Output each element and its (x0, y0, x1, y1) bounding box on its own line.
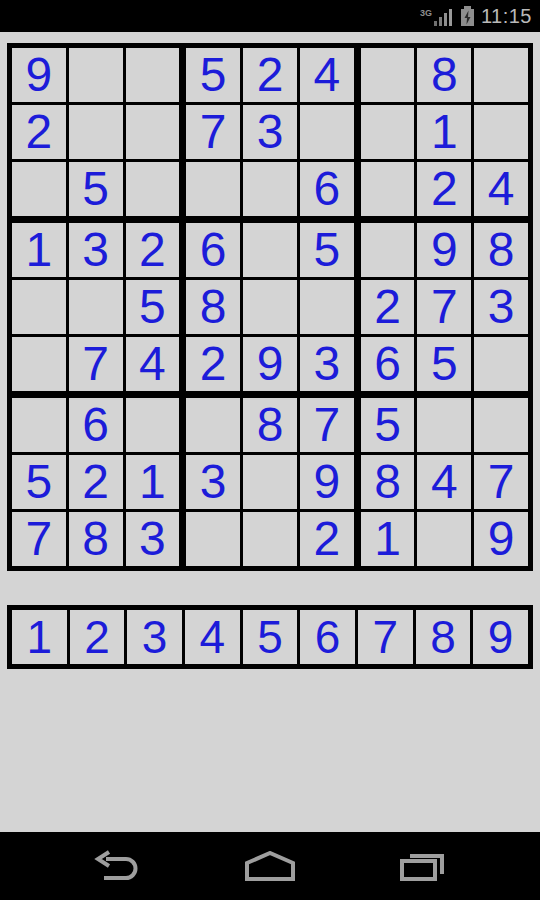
sudoku-board: 9255247368124132574658293982736565217838… (7, 43, 533, 571)
cell-r3c9[interactable]: 4 (474, 162, 528, 216)
clock: 11:15 (481, 6, 532, 26)
picker-number-7[interactable]: 7 (358, 610, 413, 664)
cell-r8c4[interactable]: 3 (186, 455, 240, 509)
picker-number-9[interactable]: 9 (473, 610, 528, 664)
cell-r6c6[interactable]: 3 (300, 337, 354, 391)
cell-r2c8[interactable]: 1 (417, 105, 471, 159)
cell-r6c4[interactable]: 2 (186, 337, 240, 391)
cell-r8c6[interactable]: 9 (300, 455, 354, 509)
picker-number-3[interactable]: 3 (127, 610, 182, 664)
cell-r4c7[interactable] (361, 223, 415, 277)
box-7: 6521783 (12, 398, 179, 566)
cell-r9c4[interactable] (186, 512, 240, 566)
cell-r4c6[interactable]: 5 (300, 223, 354, 277)
cell-r1c8[interactable]: 8 (417, 48, 471, 102)
number-picker: 123456789 (7, 605, 533, 669)
cell-r5c9[interactable]: 3 (474, 280, 528, 334)
cell-r6c7[interactable]: 6 (361, 337, 415, 391)
cell-r7c9[interactable] (474, 398, 528, 452)
cell-r8c8[interactable]: 4 (417, 455, 471, 509)
cell-r6c2[interactable]: 7 (69, 337, 123, 391)
picker-number-2[interactable]: 2 (70, 610, 125, 664)
box-3: 8124 (361, 48, 528, 216)
cell-r1c4[interactable]: 5 (186, 48, 240, 102)
cell-r9c5[interactable] (243, 512, 297, 566)
picker-number-4[interactable]: 4 (185, 610, 240, 664)
phone-screen: 3G 11:15 9255247368124132574658293982736… (0, 0, 540, 900)
cell-r5c3[interactable]: 5 (126, 280, 180, 334)
cell-r4c4[interactable]: 6 (186, 223, 240, 277)
status-bar: 3G 11:15 (0, 0, 540, 32)
cell-r2c4[interactable]: 7 (186, 105, 240, 159)
cell-r9c2[interactable]: 8 (69, 512, 123, 566)
picker-number-6[interactable]: 6 (300, 610, 355, 664)
back-button[interactable] (92, 846, 144, 886)
cell-r6c1[interactable] (12, 337, 66, 391)
battery-charging-icon (461, 6, 474, 26)
cell-r7c1[interactable] (12, 398, 66, 452)
box-6: 9827365 (361, 223, 528, 391)
cell-r3c4[interactable] (186, 162, 240, 216)
cell-r2c6[interactable] (300, 105, 354, 159)
cell-r7c4[interactable] (186, 398, 240, 452)
cell-r5c1[interactable] (12, 280, 66, 334)
cell-r1c1[interactable]: 9 (12, 48, 66, 102)
cell-r4c5[interactable] (243, 223, 297, 277)
cell-r8c2[interactable]: 2 (69, 455, 123, 509)
cell-r8c9[interactable]: 7 (474, 455, 528, 509)
picker-number-1[interactable]: 1 (12, 610, 67, 664)
cell-r8c1[interactable]: 5 (12, 455, 66, 509)
cell-r5c7[interactable]: 2 (361, 280, 415, 334)
cell-r4c1[interactable]: 1 (12, 223, 66, 277)
cell-r9c8[interactable] (417, 512, 471, 566)
cell-r1c9[interactable] (474, 48, 528, 102)
cell-r1c6[interactable]: 4 (300, 48, 354, 102)
cell-r5c6[interactable] (300, 280, 354, 334)
cell-r5c5[interactable] (243, 280, 297, 334)
cell-r2c2[interactable] (69, 105, 123, 159)
cell-r2c9[interactable] (474, 105, 528, 159)
cell-r3c8[interactable]: 2 (417, 162, 471, 216)
cell-r5c2[interactable] (69, 280, 123, 334)
cell-r7c6[interactable]: 7 (300, 398, 354, 452)
picker-number-8[interactable]: 8 (416, 610, 471, 664)
box-5: 658293 (186, 223, 353, 391)
box-8: 87392 (186, 398, 353, 566)
cell-r9c9[interactable]: 9 (474, 512, 528, 566)
cell-r7c5[interactable]: 8 (243, 398, 297, 452)
cell-r9c3[interactable]: 3 (126, 512, 180, 566)
signal-strength-icon (434, 9, 452, 26)
recents-icon (398, 850, 446, 882)
cell-r2c3[interactable] (126, 105, 180, 159)
cell-r6c8[interactable]: 5 (417, 337, 471, 391)
cell-r4c2[interactable]: 3 (69, 223, 123, 277)
cell-r7c2[interactable]: 6 (69, 398, 123, 452)
cell-r3c6[interactable]: 6 (300, 162, 354, 216)
cell-r1c7[interactable] (361, 48, 415, 102)
cell-r4c3[interactable]: 2 (126, 223, 180, 277)
navigation-bar (0, 832, 540, 900)
cell-r8c5[interactable] (243, 455, 297, 509)
cell-r3c2[interactable]: 5 (69, 162, 123, 216)
cell-r9c7[interactable]: 1 (361, 512, 415, 566)
cell-r4c9[interactable]: 8 (474, 223, 528, 277)
back-icon (94, 850, 142, 882)
box-9: 584719 (361, 398, 528, 566)
home-icon (245, 851, 295, 881)
cell-r2c7[interactable] (361, 105, 415, 159)
cell-r6c5[interactable]: 9 (243, 337, 297, 391)
cell-r6c3[interactable]: 4 (126, 337, 180, 391)
signal-indicator: 3G (420, 7, 452, 26)
network-type-label: 3G (420, 9, 432, 18)
cell-r9c1[interactable]: 7 (12, 512, 66, 566)
cell-r8c7[interactable]: 8 (361, 455, 415, 509)
cell-r7c3[interactable] (126, 398, 180, 452)
cell-r3c1[interactable] (12, 162, 66, 216)
cell-r3c3[interactable] (126, 162, 180, 216)
cell-r7c8[interactable] (417, 398, 471, 452)
cell-r5c8[interactable]: 7 (417, 280, 471, 334)
cell-r5c4[interactable]: 8 (186, 280, 240, 334)
cell-r3c7[interactable] (361, 162, 415, 216)
cell-r9c6[interactable]: 2 (300, 512, 354, 566)
cell-r8c3[interactable]: 1 (126, 455, 180, 509)
recents-button[interactable] (396, 846, 448, 886)
box-1: 925 (12, 48, 179, 216)
cell-r1c5[interactable]: 2 (243, 48, 297, 102)
cell-r7c7[interactable]: 5 (361, 398, 415, 452)
cell-r3c5[interactable] (243, 162, 297, 216)
cell-r6c9[interactable] (474, 337, 528, 391)
picker-number-5[interactable]: 5 (243, 610, 298, 664)
box-2: 524736 (186, 48, 353, 216)
cell-r1c2[interactable] (69, 48, 123, 102)
cell-r1c3[interactable] (126, 48, 180, 102)
home-button[interactable] (244, 846, 296, 886)
cell-r4c8[interactable]: 9 (417, 223, 471, 277)
box-4: 132574 (12, 223, 179, 391)
cell-r2c1[interactable]: 2 (12, 105, 66, 159)
cell-r2c5[interactable]: 3 (243, 105, 297, 159)
